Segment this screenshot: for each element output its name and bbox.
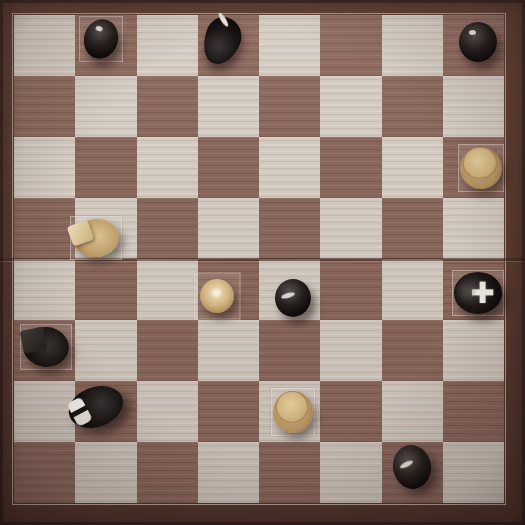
king-cross-icon: ✚ — [470, 279, 494, 308]
white-rook-h6[interactable] — [460, 147, 502, 189]
black-pawn-g1[interactable] — [389, 442, 434, 492]
chessboard-photo: ✚ — [0, 0, 525, 525]
white-rook-e2[interactable] — [273, 391, 313, 433]
black-bishop-d8[interactable] — [197, 12, 247, 69]
black-pawn-h8[interactable] — [459, 22, 497, 62]
black-pawn-e4[interactable] — [275, 279, 311, 317]
pieces-layer: ✚ — [0, 0, 525, 525]
white-pawn-d4[interactable] — [200, 279, 234, 313]
black-king-h4[interactable]: ✚ — [454, 272, 502, 314]
black-queen-b2-fallen[interactable] — [63, 379, 129, 436]
